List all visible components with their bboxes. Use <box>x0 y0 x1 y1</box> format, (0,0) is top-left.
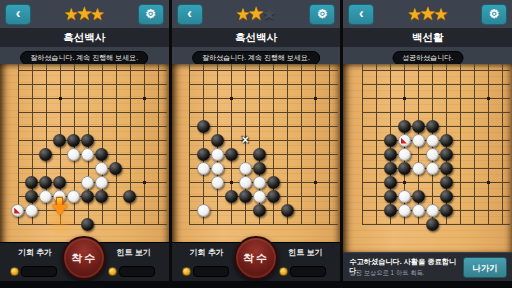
settings-gear-button[interactable]: ⚙ <box>138 4 164 25</box>
black-stone <box>440 148 453 161</box>
white-stone <box>426 148 439 161</box>
white-stone <box>426 204 439 217</box>
black-stone <box>197 120 210 133</box>
grid-line-horizontal <box>362 70 510 71</box>
go-board[interactable] <box>0 64 169 244</box>
grid-line-vertical <box>488 64 489 225</box>
puzzle-title: 흑선백사 <box>172 28 341 47</box>
grid-line-vertical <box>329 64 330 225</box>
white-stone <box>211 148 224 161</box>
black-stone <box>412 190 425 203</box>
add-chance-cost <box>10 262 57 272</box>
white-stone <box>426 162 439 175</box>
coin-icon <box>10 267 19 276</box>
black-stone <box>211 134 224 147</box>
status-pill: 잘하셨습니다. 계속 진행해 보세요. <box>192 51 320 65</box>
grid-line-horizontal <box>18 112 167 113</box>
puzzle-title: 백선활 <box>343 28 512 47</box>
action-bar: 기회 추가힌트 보기착수 <box>0 242 169 282</box>
hoshi-point <box>403 97 406 100</box>
black-stone <box>440 176 453 189</box>
white-stone <box>95 162 108 175</box>
white-stone <box>412 134 425 147</box>
coin-count-pill <box>193 266 229 277</box>
white-stone <box>412 204 425 217</box>
hoshi-point <box>487 181 490 184</box>
coin-icon <box>279 267 288 276</box>
white-stone <box>197 204 210 217</box>
grid-line-vertical <box>287 64 288 225</box>
red-wedge-marker <box>401 138 407 144</box>
grid-line-vertical <box>158 64 159 225</box>
black-stone <box>39 176 52 189</box>
black-stone <box>95 148 108 161</box>
black-stone <box>95 190 108 203</box>
place-stone-button[interactable]: 착수 <box>234 236 278 280</box>
black-stone <box>25 190 38 203</box>
grid-line-horizontal <box>189 112 338 113</box>
black-stone <box>225 190 238 203</box>
black-stone <box>440 134 453 147</box>
hoshi-point <box>403 181 406 184</box>
grid-line-horizontal <box>18 126 167 127</box>
bottom-strip <box>0 281 169 288</box>
placement-cursor-x: × <box>238 133 252 147</box>
black-stone <box>384 176 397 189</box>
black-stone <box>197 148 210 161</box>
add-chance-button[interactable]: 기회 추가 <box>176 247 238 258</box>
grid-line-horizontal <box>189 70 338 71</box>
black-stone <box>225 148 238 161</box>
grid-line-vertical <box>362 64 363 225</box>
white-stone <box>211 162 224 175</box>
coin-count-pill <box>290 266 326 277</box>
white-stone <box>412 162 425 175</box>
view-hint-cost <box>279 262 326 272</box>
bottom-strip <box>172 281 341 288</box>
exit-button[interactable]: 나가기 <box>463 257 507 278</box>
hoshi-point <box>143 181 146 184</box>
black-stone <box>253 162 266 175</box>
white-stone <box>11 204 24 217</box>
hoshi-point <box>59 97 62 100</box>
grid-line-horizontal <box>362 84 510 85</box>
white-stone <box>25 204 38 217</box>
coin-icon <box>182 267 191 276</box>
black-stone <box>384 190 397 203</box>
grid-line-horizontal <box>362 112 510 113</box>
hoshi-point <box>230 181 233 184</box>
add-chance-button[interactable]: 기회 추가 <box>4 247 66 258</box>
black-stone <box>267 190 280 203</box>
hoshi-point <box>230 97 233 100</box>
view-hint-button[interactable]: 힌트 보기 <box>274 247 336 258</box>
hoshi-point <box>143 97 146 100</box>
white-stone <box>67 190 80 203</box>
grid-line-vertical <box>203 64 204 225</box>
grid-line-horizontal <box>189 126 338 127</box>
grid-line-vertical <box>18 64 19 225</box>
coin-count-pill <box>21 266 57 277</box>
white-stone <box>95 176 108 189</box>
grid-line-vertical <box>474 64 475 225</box>
reward-message: 성공 보상으로 1 하트 획득. <box>349 269 459 278</box>
white-stone <box>253 176 266 189</box>
black-stone <box>426 120 439 133</box>
grid-line-horizontal <box>189 224 338 225</box>
result-message-bar: 수고하셨습니다. 사활을 종료합니다.성공 보상으로 1 하트 획득.나가기 <box>343 252 512 282</box>
black-stone <box>25 176 38 189</box>
grid-line-vertical <box>315 64 316 225</box>
place-stone-button[interactable]: 착수 <box>62 236 106 280</box>
status-pill: 잘하셨습니다. 계속 진행해 보세요. <box>20 51 148 65</box>
black-stone <box>384 204 397 217</box>
black-stone <box>384 148 397 161</box>
black-stone <box>109 162 122 175</box>
puzzle-title: 흑선백사 <box>0 28 169 47</box>
black-stone <box>253 204 266 217</box>
black-stone <box>253 148 266 161</box>
black-stone <box>412 120 425 133</box>
hoshi-point <box>487 97 490 100</box>
status-pill: 성공하셨습니다. <box>392 51 463 65</box>
white-stone <box>253 190 266 203</box>
black-stone <box>398 120 411 133</box>
grid-line-horizontal <box>189 84 338 85</box>
white-stone <box>39 190 52 203</box>
white-stone <box>239 162 252 175</box>
black-stone <box>426 218 439 231</box>
black-stone <box>39 148 52 161</box>
white-stone <box>398 134 411 147</box>
top-bar: ‹★★★⚙ <box>0 0 169 28</box>
app-screenshot-strip: ‹★★★⚙흑선백사잘하셨습니다. 계속 진행해 보세요.기회 추가힌트 보기착수… <box>0 0 512 288</box>
black-stone <box>53 176 66 189</box>
star-gold-icon: ★ <box>433 5 448 24</box>
black-stone <box>440 162 453 175</box>
coin-icon <box>108 267 117 276</box>
top-bar: ‹★★★⚙ <box>172 0 341 28</box>
action-bar: 기회 추가힌트 보기착수 <box>172 242 341 282</box>
black-stone <box>281 204 294 217</box>
red-wedge-marker <box>14 208 20 214</box>
white-stone <box>398 190 411 203</box>
grid-line-vertical <box>460 64 461 225</box>
star-empty-icon: ★ <box>262 5 277 24</box>
app-panel-3: ‹★★★⚙백선활성공하셨습니다.수고하셨습니다. 사활을 종료합니다.성공 보상… <box>340 0 512 288</box>
app-panel-1: ‹★★★⚙흑선백사잘하셨습니다. 계속 진행해 보세요.기회 추가힌트 보기착수 <box>0 0 169 288</box>
black-stone <box>384 134 397 147</box>
settings-gear-button[interactable]: ⚙ <box>481 4 507 25</box>
black-stone <box>123 190 136 203</box>
black-stone <box>67 134 80 147</box>
white-stone <box>81 148 94 161</box>
settings-gear-button[interactable]: ⚙ <box>309 4 335 25</box>
grid-line-vertical <box>301 64 302 225</box>
white-stone <box>398 148 411 161</box>
hoshi-point <box>314 97 317 100</box>
white-stone <box>81 176 94 189</box>
grid-line-horizontal <box>18 210 167 211</box>
grid-line-vertical <box>376 64 377 225</box>
black-stone <box>81 190 94 203</box>
white-stone <box>67 148 80 161</box>
grid-line-horizontal <box>18 84 167 85</box>
white-stone <box>239 176 252 189</box>
bottom-strip <box>343 281 512 288</box>
white-stone <box>211 176 224 189</box>
coin-count-pill <box>119 266 155 277</box>
black-stone <box>440 190 453 203</box>
star-gold-icon: ★ <box>90 5 105 24</box>
black-stone <box>81 134 94 147</box>
white-stone <box>398 204 411 217</box>
view-hint-button[interactable]: 힌트 보기 <box>103 247 165 258</box>
grid-line-horizontal <box>18 168 167 169</box>
white-stone <box>426 134 439 147</box>
black-stone <box>267 176 280 189</box>
black-stone <box>398 162 411 175</box>
black-stone <box>440 204 453 217</box>
hoshi-point <box>314 181 317 184</box>
black-stone <box>384 162 397 175</box>
grid-line-vertical <box>144 64 145 225</box>
app-panel-2: ‹★★★⚙흑선백사잘하셨습니다. 계속 진행해 보세요.×기회 추가힌트 보기착… <box>169 0 341 288</box>
black-stone <box>53 134 66 147</box>
grid-line-vertical <box>502 64 503 225</box>
black-stone <box>81 218 94 231</box>
hint-arrow-icon <box>52 197 68 216</box>
white-stone <box>197 162 210 175</box>
grid-line-vertical <box>116 64 117 225</box>
black-stone <box>239 190 252 203</box>
grid-line-horizontal <box>18 70 167 71</box>
add-chance-cost <box>182 262 229 272</box>
grid-line-vertical <box>189 64 190 225</box>
view-hint-cost <box>108 262 155 272</box>
go-board[interactable] <box>343 64 512 252</box>
go-board[interactable]: × <box>172 64 341 244</box>
top-bar: ‹★★★⚙ <box>343 0 512 28</box>
